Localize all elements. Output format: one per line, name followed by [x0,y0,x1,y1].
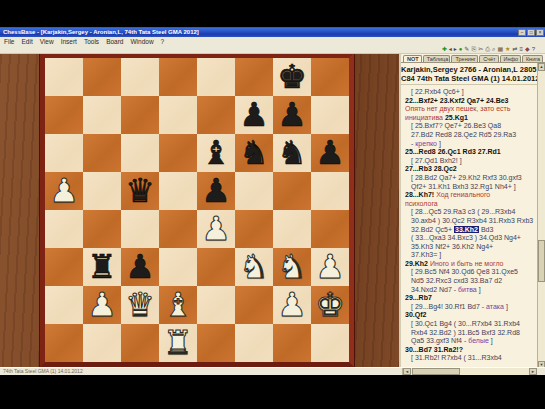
variation-text[interactable]: [ 31.Rb2! R7xb4 ( 31...R3xb4 [411,354,502,361]
square-f4[interactable] [235,210,273,248]
forward-icon[interactable]: ▸ [454,46,457,53]
move-text[interactable]: 30.Qf2 [405,311,426,318]
menu-item-edit[interactable]: Edit [21,38,32,45]
square-c1[interactable] [121,324,159,362]
board-icon[interactable]: ▦ [497,46,503,53]
current-move[interactable]: 33.Kh2 [454,226,479,233]
square-g6[interactable]: ♞ [273,134,311,172]
variation-text[interactable]: ( 33...Qxa3 34.Bxc3 ) 34.Qd3 Ng4+ [411,234,521,241]
menu-item-board[interactable]: Board [106,38,123,45]
white-rook[interactable]: ♜ [159,324,197,362]
tab-таблица[interactable]: Таблица [423,55,451,62]
square-h2[interactable]: ♚ [311,286,349,324]
square-b3[interactable]: ♜ [83,248,121,286]
white-pawn[interactable]: ♟ [83,286,121,324]
edit-icon[interactable]: ✎ [464,46,469,53]
white-pawn[interactable]: ♟ [273,286,311,324]
new-game-icon[interactable]: ✚ [442,46,447,53]
black-knight[interactable]: ♞ [273,134,311,172]
notation-line: [ 30.Qc1 Bg4 ( 30...R7xb4 31.Rxb4 [405,320,536,329]
square-d2[interactable]: ♝ [159,286,197,324]
white-pawn[interactable]: ♟ [311,248,349,286]
variation-text[interactable]: Rxb4 32.Bd2 ) 31.Bc5 Bxf3 32.Rd8 [411,329,520,336]
notation-line: [ 28.Bd2 Qa7+ 29.Kh2 Rxf3 30.gxf3 [405,174,536,183]
notation-line: Rxb4 32.Bd2 ) 31.Bc5 Bxf3 32.Rd8 [405,329,536,338]
horizontal-scroll-thumb[interactable] [412,368,460,375]
menu-item-view[interactable]: View [40,38,54,45]
variation-text[interactable]: 32.Bd2 Qc5+ [411,226,454,233]
notation-line: - крепко ] [405,140,536,149]
tab-счёт[interactable]: Счёт [479,55,498,62]
notation-line: Qf2+ 31.Kh1 Bxh3 32.Rg1 Nh4+ ] [405,183,536,192]
print-icon[interactable]: ⎙ [485,46,490,53]
square-a1[interactable] [45,324,83,362]
move-text[interactable]: 22...Bxf2+ 23.Kxf2 Qa7+ 24.Be3 [405,97,509,104]
square-e7[interactable] [197,96,235,134]
notation-line: 30.axb4 ) 30.Qc2 R3xb4 31.Rxb3 Rxb3 [405,217,536,226]
black-bishop[interactable]: ♝ [197,134,235,172]
variation-text[interactable]: Qa5 33.gxf3 Nf4 - [411,337,468,344]
notation-line: 27.Bd2 Red8 28.Qe2 Rd5 29.Ra3 [405,131,536,140]
white-bishop[interactable]: ♝ [159,286,197,324]
square-h1[interactable] [311,324,349,362]
notation-text[interactable]: [ 22.Rxb4 Qc6+ ]22...Bxf2+ 23.Kxf2 Qa7+ … [401,85,537,369]
square-e3[interactable] [197,248,235,286]
square-e1[interactable] [197,324,235,362]
square-h6[interactable]: ♟ [311,134,349,172]
black-rook[interactable]: ♜ [83,248,121,286]
square-g4[interactable] [273,210,311,248]
game-header: Karjakin,Sergey 2766 - Aronian,L 2805 0-… [401,63,537,85]
chess-board[interactable]: ♚♟♟♝♞♞♟♟♛♟♟♜♟♞♞♟♟♛♝♟♚♜ [40,54,354,367]
notation-line: [ 29.Bc5 Nf4 30.Qd6 Qe8 31.Qxe5 [405,268,536,277]
list-icon[interactable]: ≡ [520,46,524,53]
black-pawn[interactable]: ♟ [197,172,235,210]
window-buttons: –□× [517,29,544,36]
square-h7[interactable] [311,96,349,134]
vertical-scrollbar[interactable]: ▲ ▼ [537,63,545,369]
variation-text[interactable]: 37.Kh3= ] [411,251,441,258]
notation-line: психолога [405,200,536,209]
square-g2[interactable]: ♟ [273,286,311,324]
notation-line: инициатива 25.Kg1 [405,114,536,123]
minimize-button[interactable]: – [518,29,526,36]
square-g7[interactable]: ♟ [273,96,311,134]
scroll-up-icon[interactable]: ▲ [538,63,545,71]
comment-text: психолога [405,200,438,207]
swap-icon[interactable]: ⇄ [512,46,517,53]
black-pawn[interactable]: ♟ [235,96,273,134]
white-queen[interactable]: ♛ [121,286,159,324]
square-g5[interactable] [273,172,311,210]
black-knight[interactable]: ♞ [235,134,273,172]
square-e8[interactable] [197,58,235,96]
chessbase-window: ChessBase - [Karjakin,Sergey - Aronian,L… [0,27,545,375]
square-c5[interactable]: ♛ [121,172,159,210]
square-f5[interactable] [235,172,273,210]
square-g8[interactable]: ♚ [273,58,311,96]
vertical-scroll-thumb[interactable] [538,240,545,282]
square-c6[interactable] [121,134,159,172]
black-queen[interactable]: ♛ [121,172,159,210]
cut-icon[interactable]: ✂ [478,46,483,53]
black-pawn[interactable]: ♟ [121,248,159,286]
square-e6[interactable]: ♝ [197,134,235,172]
comment-text: инициатива [405,114,445,121]
record-icon[interactable]: ● [459,46,463,53]
move-text[interactable]: 29.Kh2 [405,260,430,267]
square-f2[interactable] [235,286,273,324]
square-h3[interactable]: ♟ [311,248,349,286]
menu-item-tools[interactable]: Tools [84,38,99,45]
menu-item-insert[interactable]: Insert [61,38,77,45]
notation-line: 25...Red8 26.Qc1 Rd3 27.Rd1 [405,148,536,157]
move-text[interactable]: 27...Rb3 28.Qc2 [405,165,457,172]
notation-line: 30.Qf2 [405,311,536,320]
letterbox-bottom [0,375,545,409]
status-text: 74th Tata Steel GMA (1) 14.01.2012 [0,368,83,374]
square-g3[interactable]: ♞ [273,248,311,286]
notation-line: 30...Bd7 31.Ra2!? [405,346,536,355]
comment-text: Иного и быть не могло [430,260,504,267]
square-f6[interactable]: ♞ [235,134,273,172]
screen: ChessBase - [Karjakin,Sergey - Aronian,L… [0,0,545,409]
black-pawn[interactable]: ♟ [273,96,311,134]
square-e4[interactable]: ♟ [197,210,235,248]
eval-text: белые [468,337,489,344]
square-d1[interactable]: ♜ [159,324,197,362]
eval-text: крепко [415,140,437,147]
variation-text[interactable]: [ 30.Qc1 Bg4 ( 30...R7xb4 31.Rxb4 [411,320,520,327]
close-button[interactable]: × [536,29,544,36]
variation-text[interactable]: ] [437,140,441,147]
eval-text: битва [458,286,477,293]
notation-line: 28...Kh7! Ход гениального [405,191,536,200]
notation-line: 29.Kh2 Иного и быть не могло [405,260,536,269]
square-a2[interactable] [45,286,83,324]
white-knight[interactable]: ♞ [273,248,311,286]
menu-bar: FileEditViewInsertToolsBoardWindow? [0,37,545,46]
notation-line: Nd5 32.Rxc3 cxd3 33.Ba7 d2 [405,277,536,286]
title-bar[interactable]: ChessBase - [Karjakin,Sergey - Aronian,L… [0,28,545,37]
square-h4[interactable] [311,210,349,248]
square-a3[interactable] [45,248,83,286]
main-area: ♚♟♟♝♞♞♟♟♛♟♟♜♟♞♞♟♟♛♝♟♚♜ NOTТаблицаТренинг… [0,54,545,369]
copy-icon[interactable]: ⎘ [471,46,476,53]
square-d7[interactable] [159,96,197,134]
square-a4[interactable] [45,210,83,248]
resize-corner [537,368,545,375]
variation-text[interactable]: [ 29...Bg4! 30.Rf1 Bd7 - [411,303,486,310]
square-d3[interactable] [159,248,197,286]
notation-line: ( 33...Qxa3 34.Bxc3 ) 34.Qd3 Ng4+ [405,234,536,243]
square-e2[interactable] [197,286,235,324]
variation-text[interactable]: ] [477,286,481,293]
tab-книга[interactable]: Книга [522,55,543,62]
square-d5[interactable] [159,172,197,210]
menu-item-file[interactable]: File [4,38,14,45]
white-pawn[interactable]: ♟ [197,210,235,248]
notation-line: 34.Nxd2 Nd7 - битва ] [405,286,536,295]
toolbar: ✚◂▸●✎⎘✂⎙⌕▦★⇄≡◆? [0,46,545,54]
menu-item-window[interactable]: Window [130,38,153,45]
white-pawn[interactable]: ♟ [45,172,83,210]
comment-text: Ход гениального [436,191,490,198]
notation-line: 29...Rb7 [405,294,536,303]
variation-text[interactable]: 34.Nxd2 Nd7 - [411,286,458,293]
square-b6[interactable] [83,134,121,172]
variation-text[interactable]: 30.axb4 ) 30.Qc2 R3xb4 31.Rxb3 Rxb3 [411,217,533,224]
square-d4[interactable] [159,210,197,248]
square-f7[interactable]: ♟ [235,96,273,134]
square-a6[interactable] [45,134,83,172]
window-title: ChessBase - [Karjakin,Sergey - Aronian,L… [0,29,199,35]
tab-not[interactable]: NOT [403,55,422,62]
diamond-icon[interactable]: ◆ [525,46,530,53]
variation-text[interactable]: ] [504,303,508,310]
tab-тренинг[interactable]: Тренинг [451,55,478,62]
variation-text[interactable]: ] [489,337,493,344]
panel-tabs: NOTТаблицаТренингСчётИнфоКнига [401,54,545,63]
variation-text[interactable]: [ 28.Bd2 Qa7+ 29.Kh2 Rxf3 30.gxf3 [411,174,522,181]
variation-text[interactable]: [ 22.Rxb4 Qc6+ ] [411,88,464,95]
square-a7[interactable] [45,96,83,134]
scroll-right-icon[interactable]: ► [529,368,537,375]
game-header-players: Karjakin,Sergey 2766 - Aronian,L 2805 0-… [401,65,537,74]
notation-line: 22...Bxf2+ 23.Kxf2 Qa7+ 24.Be3 [405,97,536,106]
tab-инфо[interactable]: Инфо [500,55,521,62]
square-b1[interactable] [83,324,121,362]
square-c2[interactable]: ♛ [121,286,159,324]
notation-line: [ 22.Rxb4 Qc6+ ] [405,88,536,97]
notation-line: [ 28...Qc5 29.Ra3 c3 ( 29...R3xb4 [405,208,536,217]
variation-text[interactable]: [ 25.Bxf7? Qe7+ 26.Be3 Qa8 [411,122,501,129]
square-d6[interactable] [159,134,197,172]
notation-line: [ 31.Rb2! R7xb4 ( 31...R3xb4 [405,354,536,363]
square-d8[interactable] [159,58,197,96]
notation-line: Опять нет двух пешек, зато есть [405,105,536,114]
board-panel: ♚♟♟♝♞♞♟♟♛♟♟♜♟♞♞♟♟♛♝♟♚♜ [0,54,399,369]
move-text[interactable]: 25...Red8 26.Qc1 Rd3 27.Rd1 [405,148,501,155]
move-text[interactable]: 30...Bd7 31.Ra2!? [405,346,463,353]
black-king[interactable]: ♚ [273,58,311,96]
square-h5[interactable] [311,172,349,210]
help-icon[interactable]: ? [532,46,535,53]
variation-text[interactable]: [ 28...Qc5 29.Ra3 c3 ( 29...R3xb4 [411,208,515,215]
star-icon[interactable]: ★ [505,46,510,53]
notation-panel: NOTТаблицаТренингСчётИнфоКнига Karjakin,… [399,54,545,369]
move-text[interactable]: 29...Rb7 [405,294,432,301]
menu-item-?[interactable]: ? [161,38,165,45]
variation-text[interactable]: 35.Kh3 Nf2+ 36.Kh2 Ng4+ [411,243,493,250]
notation-line: 37.Kh3= ] [405,251,536,260]
square-a8[interactable] [45,58,83,96]
game-header-event: C84 74th Tata Steel GMA (1) 14.01.2012 [401,74,537,83]
square-c7[interactable] [121,96,159,134]
notation-line: [ 29...Bg4! 30.Rf1 Bd7 - атака ] [405,303,536,312]
move-text[interactable]: 25.Kg1 [445,114,468,121]
eval-text: атака [486,303,504,310]
notation-line: 35.Kh3 Nf2+ 36.Kh2 Ng4+ [405,243,536,252]
comment-text: Опять нет двух пешек, зато есть [405,105,510,112]
letterbox-top [0,0,545,27]
notation-line: 27...Rb3 28.Qc2 [405,165,536,174]
white-knight[interactable]: ♞ [235,248,273,286]
square-a5[interactable]: ♟ [45,172,83,210]
square-b4[interactable] [83,210,121,248]
scroll-left-icon[interactable]: ◄ [403,368,411,375]
search-icon[interactable]: ⌕ [492,46,495,53]
notation-line: Qa5 33.gxf3 Nf4 - белые ] [405,337,536,346]
variation-text[interactable]: 27.Bd2 Red8 28.Qe2 Rd5 29.Ra3 [411,131,516,138]
square-b8[interactable] [83,58,121,96]
square-c4[interactable] [121,210,159,248]
variation-text[interactable]: Bd3 [479,226,493,233]
horizontal-scrollbar[interactable]: ◄ ► [402,368,537,375]
variation-text[interactable]: Nd5 32.Rxc3 cxd3 33.Ba7 d2 [411,277,502,284]
white-king[interactable]: ♚ [311,286,349,324]
square-h8[interactable] [311,58,349,96]
variation-text[interactable]: [ 29.Bc5 Nf4 30.Qd6 Qe8 31.Qxe5 [411,268,518,275]
square-b2[interactable]: ♟ [83,286,121,324]
maximize-button[interactable]: □ [527,29,535,36]
notation-line: [ 27.Qd1 Bxh2! ] [405,157,536,166]
square-g1[interactable] [273,324,311,362]
variation-text[interactable]: Qf2+ 31.Kh1 Bxh3 32.Rg1 Nh4+ ] [411,183,516,190]
square-b5[interactable] [83,172,121,210]
square-f1[interactable] [235,324,273,362]
square-c8[interactable] [121,58,159,96]
square-e5[interactable]: ♟ [197,172,235,210]
square-f8[interactable] [235,58,273,96]
square-f3[interactable]: ♞ [235,248,273,286]
black-pawn[interactable]: ♟ [311,134,349,172]
status-bar: 74th Tata Steel GMA (1) 14.01.2012 ◄ ► [0,367,545,375]
move-text[interactable]: 28...Kh7! [405,191,436,198]
back-icon[interactable]: ◂ [449,46,452,53]
notation-line: 32.Bd2 Qc5+ 33.Kh2 Bd3 [405,226,536,235]
variation-text[interactable]: [ 27.Qd1 Bxh2! ] [411,157,462,164]
square-c3[interactable]: ♟ [121,248,159,286]
square-b7[interactable] [83,96,121,134]
notation-line: [ 25.Bxf7? Qe7+ 26.Be3 Qa8 [405,122,536,131]
